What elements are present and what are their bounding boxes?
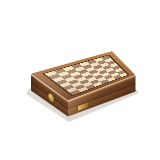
square	[119, 73, 127, 77]
chess-box-photo	[0, 0, 160, 160]
brass-latch-icon	[48, 92, 54, 104]
